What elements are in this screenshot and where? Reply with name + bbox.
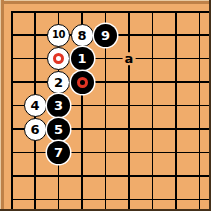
goban: 10891243657a — [0, 0, 211, 211]
stone-black-7: 7 — [47, 141, 70, 164]
image-edge-bottom — [0, 209, 211, 211]
stone-black-5: 5 — [47, 118, 70, 141]
image-edge-right — [209, 0, 211, 211]
stone-move-number: 3 — [54, 99, 63, 112]
stone-move-number: 6 — [30, 123, 39, 136]
stone-white-6: 6 — [24, 118, 47, 141]
board-frame-top — [0, 0, 211, 4]
grid-line-vertical — [175, 11, 177, 212]
point-label-a: a — [123, 52, 136, 65]
grid-line-horizontal — [11, 81, 212, 83]
stone-black-1: 1 — [71, 47, 94, 70]
stone-white-4: 4 — [24, 94, 47, 117]
grid-line-vertical — [11, 11, 13, 212]
stone-move-number: 2 — [54, 76, 63, 89]
stone-move-number: 10 — [52, 30, 65, 40]
stone-move-number: 7 — [54, 146, 63, 159]
red-circle-mark-icon — [77, 77, 88, 88]
stone-black-9: 9 — [94, 24, 117, 47]
grid-line-vertical — [199, 11, 201, 212]
stone-black-3: 3 — [47, 94, 70, 117]
stone-move-number: 4 — [30, 99, 39, 112]
stone-white-8: 8 — [71, 24, 94, 47]
stone-move-number: 9 — [101, 29, 110, 42]
stone-white-marked — [47, 47, 70, 70]
stone-move-number: 1 — [77, 52, 86, 65]
grid-line-horizontal — [11, 11, 212, 13]
go-corner-diagram: 10891243657a — [0, 0, 211, 211]
grid-line-horizontal — [11, 199, 212, 201]
stone-white-2: 2 — [47, 71, 70, 94]
stone-white-10: 10 — [47, 24, 70, 47]
stone-move-number: 8 — [77, 29, 86, 42]
grid-line-vertical — [152, 11, 154, 212]
stone-move-number: 5 — [54, 123, 63, 136]
stone-black-marked — [71, 71, 94, 94]
board-frame-left — [0, 0, 4, 211]
grid-line-horizontal — [11, 58, 212, 60]
grid-line-vertical — [128, 11, 130, 212]
red-circle-mark-icon — [53, 53, 64, 64]
grid-line-horizontal — [11, 152, 212, 154]
grid-line-horizontal — [11, 175, 212, 177]
